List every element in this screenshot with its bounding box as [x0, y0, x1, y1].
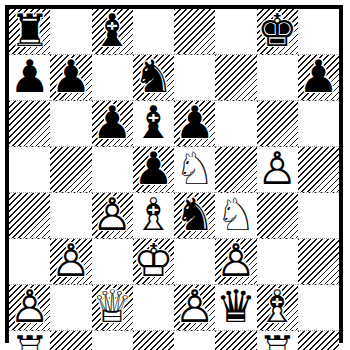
white-bishop-icon: ♗: [257, 284, 297, 329]
square-d5[interactable]: ♟♟: [133, 147, 174, 193]
black-king-icon: ♚: [257, 8, 297, 53]
piece-white-bishop-d4[interactable]: ♝♗: [133, 193, 174, 238]
square-d4[interactable]: ♝♗: [133, 193, 174, 239]
square-a6[interactable]: [9, 101, 50, 147]
black-rook-icon: ♜: [9, 8, 49, 53]
square-d6[interactable]: ♝♝: [133, 101, 174, 147]
piece-black-king-g8[interactable]: ♚♚: [257, 9, 298, 54]
piece-black-knight-e4[interactable]: ♞♞: [174, 193, 215, 238]
piece-white-rook-a1[interactable]: ♜♖: [9, 331, 50, 350]
piece-white-queen-c2[interactable]: ♛♕: [92, 285, 133, 330]
square-a1[interactable]: ♜♖: [9, 331, 50, 350]
square-h7[interactable]: ♟♟: [298, 55, 339, 101]
white-bishop-icon: ♗: [133, 192, 173, 237]
piece-white-pawn-e2[interactable]: ♟♙: [174, 285, 215, 330]
square-a7[interactable]: ♟♟: [9, 55, 50, 101]
white-rook-icon: ♖: [9, 330, 49, 350]
square-d1[interactable]: [133, 331, 174, 350]
square-d3[interactable]: ♚♔: [133, 239, 174, 285]
square-c3[interactable]: [92, 239, 133, 285]
white-king-icon: ♔: [133, 238, 173, 283]
square-a3[interactable]: [9, 239, 50, 285]
white-pawn-icon: ♙: [9, 284, 49, 329]
piece-black-pawn-a7[interactable]: ♟♟: [9, 55, 50, 100]
square-a4[interactable]: [9, 193, 50, 239]
square-f3[interactable]: ♟♙: [215, 239, 256, 285]
square-e1[interactable]: [174, 331, 215, 350]
square-e2[interactable]: ♟♙: [174, 285, 215, 331]
square-b1[interactable]: [50, 331, 91, 350]
white-knight-icon: ♘: [216, 192, 256, 237]
white-pawn-icon: ♙: [51, 238, 91, 283]
piece-black-pawn-b7[interactable]: ♟♟: [50, 55, 91, 100]
square-b8[interactable]: [50, 9, 91, 55]
square-c8[interactable]: ♝♝: [92, 9, 133, 55]
square-g4[interactable]: [257, 193, 298, 239]
white-queen-icon: ♕: [92, 284, 132, 329]
square-b4[interactable]: [50, 193, 91, 239]
black-pawn-icon: ♟: [92, 100, 132, 145]
square-g2[interactable]: ♝♗: [257, 285, 298, 331]
white-rook-icon: ♖: [257, 330, 297, 350]
square-f4[interactable]: ♞♘: [215, 193, 256, 239]
chess-diagram: ♜♜♝♝♚♚♟♟♟♟♞♞♟♟♟♟♝♝♟♟♟♟♞♘♟♙♟♙♝♗♞♞♞♘♟♙♚♔♟♙…: [0, 0, 350, 350]
square-h2[interactable]: [298, 285, 339, 331]
square-f7[interactable]: [215, 55, 256, 101]
square-a2[interactable]: ♟♙: [9, 285, 50, 331]
square-f1[interactable]: [215, 331, 256, 350]
square-d2[interactable]: [133, 285, 174, 331]
square-g7[interactable]: [257, 55, 298, 101]
square-f8[interactable]: [215, 9, 256, 55]
chess-board: ♜♜♝♝♚♚♟♟♟♟♞♞♟♟♟♟♝♝♟♟♟♟♞♘♟♙♟♙♝♗♞♞♞♘♟♙♚♔♟♙…: [9, 9, 339, 339]
square-c4[interactable]: ♟♙: [92, 193, 133, 239]
black-bishop-icon: ♝: [133, 100, 173, 145]
square-d7[interactable]: ♞♞: [133, 55, 174, 101]
piece-white-pawn-a2[interactable]: ♟♙: [9, 285, 50, 330]
square-d8[interactable]: [133, 9, 174, 55]
square-a5[interactable]: [9, 147, 50, 193]
piece-white-pawn-c4[interactable]: ♟♙: [92, 193, 133, 238]
square-g1[interactable]: ♜♖: [257, 331, 298, 350]
square-c1[interactable]: [92, 331, 133, 350]
square-h5[interactable]: [298, 147, 339, 193]
square-c6[interactable]: ♟♟: [92, 101, 133, 147]
piece-white-pawn-g5[interactable]: ♟♙: [257, 147, 298, 192]
square-e4[interactable]: ♞♞: [174, 193, 215, 239]
piece-white-knight-f4[interactable]: ♞♘: [215, 193, 256, 238]
square-b6[interactable]: [50, 101, 91, 147]
white-knight-icon: ♘: [174, 146, 214, 191]
square-g6[interactable]: [257, 101, 298, 147]
piece-white-bishop-g2[interactable]: ♝♗: [257, 285, 298, 330]
square-c7[interactable]: [92, 55, 133, 101]
black-pawn-icon: ♟: [133, 146, 173, 191]
square-c2[interactable]: ♛♕: [92, 285, 133, 331]
black-queen-icon: ♛: [216, 284, 256, 329]
square-b2[interactable]: [50, 285, 91, 331]
piece-black-rook-a8[interactable]: ♜♜: [9, 9, 50, 54]
square-e8[interactable]: [174, 9, 215, 55]
square-b3[interactable]: ♟♙: [50, 239, 91, 285]
piece-black-pawn-h7[interactable]: ♟♟: [298, 55, 339, 100]
piece-black-queen-f2[interactable]: ♛♛: [215, 285, 256, 330]
piece-black-pawn-e6[interactable]: ♟♟: [174, 101, 215, 146]
white-pawn-icon: ♙: [174, 284, 214, 329]
square-h1[interactable]: [298, 331, 339, 350]
black-pawn-icon: ♟: [174, 100, 214, 145]
square-g8[interactable]: ♚♚: [257, 9, 298, 55]
square-h8[interactable]: [298, 9, 339, 55]
square-b7[interactable]: ♟♟: [50, 55, 91, 101]
piece-white-knight-e5[interactable]: ♞♘: [174, 147, 215, 192]
black-knight-icon: ♞: [174, 192, 214, 237]
white-pawn-icon: ♙: [216, 238, 256, 283]
piece-black-pawn-c6[interactable]: ♟♟: [92, 101, 133, 146]
piece-black-bishop-c8[interactable]: ♝♝: [92, 9, 133, 54]
square-h6[interactable]: [298, 101, 339, 147]
black-pawn-icon: ♟: [298, 54, 338, 99]
piece-white-pawn-b3[interactable]: ♟♙: [50, 239, 91, 284]
black-bishop-icon: ♝: [92, 8, 132, 53]
square-f6[interactable]: [215, 101, 256, 147]
square-a8[interactable]: ♜♜: [9, 9, 50, 55]
piece-white-rook-g1[interactable]: ♜♖: [257, 331, 298, 350]
board-frame: ♜♜♝♝♚♚♟♟♟♟♞♞♟♟♟♟♝♝♟♟♟♟♞♘♟♙♟♙♝♗♞♞♞♘♟♙♚♔♟♙…: [5, 5, 343, 343]
piece-black-bishop-d6[interactable]: ♝♝: [133, 101, 174, 146]
square-f2[interactable]: ♛♛: [215, 285, 256, 331]
square-g3[interactable]: [257, 239, 298, 285]
square-e6[interactable]: ♟♟: [174, 101, 215, 147]
square-e3[interactable]: [174, 239, 215, 285]
square-e5[interactable]: ♞♘: [174, 147, 215, 193]
square-h3[interactable]: [298, 239, 339, 285]
piece-white-pawn-f3[interactable]: ♟♙: [215, 239, 256, 284]
square-e7[interactable]: [174, 55, 215, 101]
piece-black-knight-d7[interactable]: ♞♞: [133, 55, 174, 100]
black-knight-icon: ♞: [133, 54, 173, 99]
black-pawn-icon: ♟: [51, 54, 91, 99]
white-pawn-icon: ♙: [257, 146, 297, 191]
square-g5[interactable]: ♟♙: [257, 147, 298, 193]
square-c5[interactable]: [92, 147, 133, 193]
black-pawn-icon: ♟: [9, 54, 49, 99]
piece-white-king-d3[interactable]: ♚♔: [133, 239, 174, 284]
square-h4[interactable]: [298, 193, 339, 239]
square-f5[interactable]: [215, 147, 256, 193]
piece-black-pawn-d5[interactable]: ♟♟: [133, 147, 174, 192]
white-pawn-icon: ♙: [92, 192, 132, 237]
square-b5[interactable]: [50, 147, 91, 193]
